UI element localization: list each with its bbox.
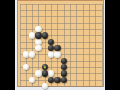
grid-line-vertical xyxy=(83,4,84,86)
white-stone xyxy=(29,77,35,83)
black-stone xyxy=(54,45,60,51)
white-stone xyxy=(35,39,41,45)
grid-line-horizontal xyxy=(20,42,102,43)
grid-line-vertical xyxy=(26,4,27,86)
grid-line-vertical xyxy=(89,4,90,86)
grid-line-horizontal xyxy=(20,29,102,30)
grid-line-vertical xyxy=(20,4,21,86)
black-stone xyxy=(48,45,54,51)
black-stone xyxy=(35,32,41,38)
white-stone xyxy=(23,64,29,70)
grid-line-horizontal xyxy=(20,16,102,17)
white-stone xyxy=(23,51,29,57)
board-frame xyxy=(15,0,105,90)
letterbox-left xyxy=(0,0,15,90)
black-stone xyxy=(48,77,54,83)
grid-line-horizontal xyxy=(20,48,102,49)
go-board[interactable] xyxy=(17,0,104,87)
letterbox-right xyxy=(105,0,120,90)
grid-line-vertical xyxy=(102,4,103,86)
white-stone xyxy=(42,83,48,89)
white-stone xyxy=(35,45,41,51)
white-stone xyxy=(48,70,54,76)
grid-line-horizontal xyxy=(20,86,102,87)
black-stone xyxy=(61,70,67,76)
black-stone xyxy=(61,77,67,83)
black-stone xyxy=(61,58,67,64)
grid-line-vertical xyxy=(76,4,77,86)
black-stone xyxy=(42,32,48,38)
white-stone xyxy=(35,70,41,76)
white-stone xyxy=(54,51,60,57)
black-stone xyxy=(61,64,67,70)
grid-line-vertical xyxy=(32,4,33,86)
black-stone xyxy=(42,70,48,76)
grid-line-horizontal xyxy=(20,4,102,5)
black-stone xyxy=(48,39,54,45)
black-stone xyxy=(54,77,60,83)
grid-line-vertical xyxy=(70,4,71,86)
white-stone xyxy=(29,51,35,57)
last-move-marker-icon xyxy=(44,65,46,68)
black-stone xyxy=(42,64,48,70)
white-stone xyxy=(48,51,54,57)
white-stone xyxy=(35,26,41,32)
grid-line-horizontal xyxy=(20,10,102,11)
grid-line-vertical xyxy=(95,4,96,86)
screen xyxy=(0,0,120,90)
white-stone xyxy=(29,32,35,38)
grid-line-horizontal xyxy=(20,23,102,24)
